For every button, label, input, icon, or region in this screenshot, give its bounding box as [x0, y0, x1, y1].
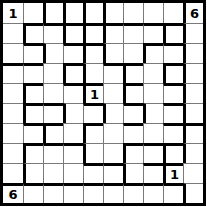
cell-r1-c7[interactable]: [143, 23, 163, 43]
cell-r3-c0[interactable]: [3, 63, 23, 83]
clue-number-r4-c4: 1: [90, 88, 99, 101]
cell-r9-c1[interactable]: [23, 183, 43, 203]
cell-r5-c5[interactable]: [103, 103, 123, 123]
cell-r7-c4[interactable]: [83, 143, 103, 163]
cell-r4-c7[interactable]: [143, 83, 163, 103]
cell-r3-c3[interactable]: [63, 63, 83, 83]
cell-r9-c4[interactable]: [83, 183, 103, 203]
cell-r5-c8[interactable]: [163, 103, 183, 123]
cell-r5-c4[interactable]: [83, 103, 103, 123]
clue-number-r9-c0: 6: [8, 188, 17, 201]
cell-r2-c3[interactable]: [63, 43, 83, 63]
cell-r2-c5[interactable]: [103, 43, 123, 63]
cell-r1-c2[interactable]: [43, 23, 63, 43]
cell-r1-c1[interactable]: [23, 23, 43, 43]
cell-r0-c6[interactable]: [123, 3, 143, 23]
cell-r8-c6[interactable]: [123, 163, 143, 183]
cell-r4-c5[interactable]: [103, 83, 123, 103]
cell-r9-c2[interactable]: [43, 183, 63, 203]
clue-number-r0-c9: 6: [190, 7, 199, 20]
cell-r0-c9[interactable]: 6: [183, 3, 203, 23]
cell-r1-c3[interactable]: [63, 23, 83, 43]
cell-r8-c4[interactable]: [83, 163, 103, 183]
cell-r0-c4[interactable]: [83, 3, 103, 23]
cell-r7-c6[interactable]: [123, 143, 143, 163]
cell-r5-c2[interactable]: [43, 103, 63, 123]
cell-r0-c8[interactable]: [163, 3, 183, 23]
cell-r0-c1[interactable]: [23, 3, 43, 23]
cell-r6-c3[interactable]: [63, 123, 83, 143]
cell-r2-c8[interactable]: [163, 43, 183, 63]
cell-r2-c6[interactable]: [123, 43, 143, 63]
cell-r9-c0[interactable]: 6: [3, 183, 23, 203]
cell-r7-c8[interactable]: [163, 143, 183, 163]
cell-r5-c7[interactable]: [143, 103, 163, 123]
cell-r7-c7[interactable]: [143, 143, 163, 163]
cell-r1-c9[interactable]: [183, 23, 203, 43]
clue-number-r8-c8: 1: [170, 168, 179, 181]
cell-r0-c5[interactable]: [103, 3, 123, 23]
cell-r6-c1[interactable]: [23, 123, 43, 143]
cell-r5-c6[interactable]: [123, 103, 143, 123]
cell-r2-c2[interactable]: [43, 43, 63, 63]
cell-r3-c4[interactable]: [83, 63, 103, 83]
cell-r9-c9[interactable]: [183, 183, 203, 203]
cell-r8-c5[interactable]: [103, 163, 123, 183]
cell-r4-c8[interactable]: [163, 83, 183, 103]
cell-r1-c8[interactable]: [163, 23, 183, 43]
cell-r2-c9[interactable]: [183, 43, 203, 63]
cell-r5-c9[interactable]: [183, 103, 203, 123]
cell-r6-c4[interactable]: [83, 123, 103, 143]
cell-r9-c8[interactable]: [163, 183, 183, 203]
cell-r8-c8[interactable]: 1: [163, 163, 183, 183]
cell-r1-c5[interactable]: [103, 23, 123, 43]
cell-r5-c3[interactable]: [63, 103, 83, 123]
cell-r3-c9[interactable]: [183, 63, 203, 83]
cell-r6-c2[interactable]: [43, 123, 63, 143]
cell-r5-c0[interactable]: [3, 103, 23, 123]
cell-r2-c7[interactable]: [143, 43, 163, 63]
cell-r8-c2[interactable]: [43, 163, 63, 183]
cell-r3-c5[interactable]: [103, 63, 123, 83]
cell-r4-c0[interactable]: [3, 83, 23, 103]
cell-r0-c0[interactable]: 1: [3, 3, 23, 23]
cell-r9-c3[interactable]: [63, 183, 83, 203]
cell-r0-c2[interactable]: [43, 3, 63, 23]
cell-r8-c1[interactable]: [23, 163, 43, 183]
cell-r4-c2[interactable]: [43, 83, 63, 103]
cell-r6-c5[interactable]: [103, 123, 123, 143]
cell-r1-c6[interactable]: [123, 23, 143, 43]
cell-r2-c0[interactable]: [3, 43, 23, 63]
cell-r3-c1[interactable]: [23, 63, 43, 83]
cell-r3-c2[interactable]: [43, 63, 63, 83]
cell-r7-c0[interactable]: [3, 143, 23, 163]
cell-r7-c9[interactable]: [183, 143, 203, 163]
cell-r5-c1[interactable]: [23, 103, 43, 123]
cell-r4-c4[interactable]: 1: [83, 83, 103, 103]
cell-r6-c8[interactable]: [163, 123, 183, 143]
cell-r6-c7[interactable]: [143, 123, 163, 143]
cell-r4-c6[interactable]: [123, 83, 143, 103]
cell-r2-c1[interactable]: [23, 43, 43, 63]
cell-r6-c9[interactable]: [183, 123, 203, 143]
cell-r0-c3[interactable]: [63, 3, 83, 23]
cell-r3-c7[interactable]: [143, 63, 163, 83]
cell-r7-c1[interactable]: [23, 143, 43, 163]
cell-r1-c4[interactable]: [83, 23, 103, 43]
cell-r8-c0[interactable]: [3, 163, 23, 183]
clue-number-r0-c0: 1: [8, 7, 17, 20]
cell-r4-c9[interactable]: [183, 83, 203, 103]
cell-r4-c1[interactable]: [23, 83, 43, 103]
cell-r8-c7[interactable]: [143, 163, 163, 183]
cell-r9-c7[interactable]: [143, 183, 163, 203]
cell-r6-c0[interactable]: [3, 123, 23, 143]
cell-r3-c6[interactable]: [123, 63, 143, 83]
cell-r7-c3[interactable]: [63, 143, 83, 163]
cell-r4-c3[interactable]: [63, 83, 83, 103]
puzzle-board: 16116: [0, 0, 206, 206]
cell-r0-c7[interactable]: [143, 3, 163, 23]
cell-r9-c6[interactable]: [123, 183, 143, 203]
cell-r7-c2[interactable]: [43, 143, 63, 163]
cell-r8-c9[interactable]: [183, 163, 203, 183]
cell-r6-c6[interactable]: [123, 123, 143, 143]
cell-r7-c5[interactable]: [103, 143, 123, 163]
cell-r9-c5[interactable]: [103, 183, 123, 203]
cell-r1-c0[interactable]: [3, 23, 23, 43]
cell-r3-c8[interactable]: [163, 63, 183, 83]
cell-r2-c4[interactable]: [83, 43, 103, 63]
cell-r8-c3[interactable]: [63, 163, 83, 183]
